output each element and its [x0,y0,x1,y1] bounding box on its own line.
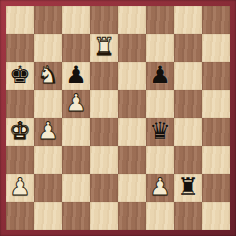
square-a1[interactable] [6,202,34,230]
square-a5[interactable] [6,90,34,118]
square-f7[interactable] [146,34,174,62]
square-c1[interactable] [62,202,90,230]
square-g2[interactable]: ♜ [174,174,202,202]
square-g8[interactable] [174,6,202,34]
square-h5[interactable] [202,90,230,118]
piece-black-pawn[interactable]: ♟ [65,62,87,89]
square-b4[interactable]: ♟ [34,118,62,146]
square-b1[interactable] [34,202,62,230]
square-a3[interactable] [6,146,34,174]
square-h2[interactable] [202,174,230,202]
square-d8[interactable] [90,6,118,34]
square-h3[interactable] [202,146,230,174]
square-g1[interactable] [174,202,202,230]
square-f6[interactable]: ♟ [146,62,174,90]
square-b8[interactable] [34,6,62,34]
piece-white-rook[interactable]: ♜ [93,34,115,61]
square-c8[interactable] [62,6,90,34]
square-f3[interactable] [146,146,174,174]
square-a6[interactable]: ♚ [6,62,34,90]
square-a7[interactable] [6,34,34,62]
square-h7[interactable] [202,34,230,62]
chess-board: ♜♚♞♟♟♟♚♟♛♟♟♜ [6,6,230,230]
square-d2[interactable] [90,174,118,202]
piece-white-knight[interactable]: ♞ [37,62,59,89]
square-e2[interactable] [118,174,146,202]
square-f4[interactable]: ♛ [146,118,174,146]
square-a2[interactable]: ♟ [6,174,34,202]
piece-white-pawn[interactable]: ♟ [65,90,87,117]
square-d3[interactable] [90,146,118,174]
square-b7[interactable] [34,34,62,62]
square-e8[interactable] [118,6,146,34]
square-e3[interactable] [118,146,146,174]
square-a8[interactable] [6,6,34,34]
square-g7[interactable] [174,34,202,62]
piece-black-king[interactable]: ♚ [9,62,31,89]
square-c7[interactable] [62,34,90,62]
square-c5[interactable]: ♟ [62,90,90,118]
square-g3[interactable] [174,146,202,174]
square-e1[interactable] [118,202,146,230]
square-d5[interactable] [90,90,118,118]
square-g4[interactable] [174,118,202,146]
square-b5[interactable] [34,90,62,118]
square-g6[interactable] [174,62,202,90]
piece-white-pawn[interactable]: ♟ [9,174,31,201]
square-f2[interactable]: ♟ [146,174,174,202]
square-g5[interactable] [174,90,202,118]
square-d1[interactable] [90,202,118,230]
square-d6[interactable] [90,62,118,90]
piece-black-rook[interactable]: ♜ [177,174,199,201]
square-f1[interactable] [146,202,174,230]
square-e6[interactable] [118,62,146,90]
square-c4[interactable] [62,118,90,146]
square-b3[interactable] [34,146,62,174]
square-h4[interactable] [202,118,230,146]
square-h6[interactable] [202,62,230,90]
square-e5[interactable] [118,90,146,118]
square-b6[interactable]: ♞ [34,62,62,90]
piece-white-king[interactable]: ♚ [9,118,31,145]
piece-white-pawn[interactable]: ♟ [37,118,59,145]
square-d4[interactable] [90,118,118,146]
square-d7[interactable]: ♜ [90,34,118,62]
square-h8[interactable] [202,6,230,34]
square-a4[interactable]: ♚ [6,118,34,146]
square-f8[interactable] [146,6,174,34]
chess-board-frame: ♜♚♞♟♟♟♚♟♛♟♟♜ [0,0,236,236]
square-b2[interactable] [34,174,62,202]
piece-white-pawn[interactable]: ♟ [149,174,171,201]
piece-black-queen[interactable]: ♛ [149,118,171,145]
piece-black-pawn[interactable]: ♟ [149,62,171,89]
square-e4[interactable] [118,118,146,146]
square-e7[interactable] [118,34,146,62]
square-c2[interactable] [62,174,90,202]
square-c6[interactable]: ♟ [62,62,90,90]
square-h1[interactable] [202,202,230,230]
square-f5[interactable] [146,90,174,118]
square-c3[interactable] [62,146,90,174]
